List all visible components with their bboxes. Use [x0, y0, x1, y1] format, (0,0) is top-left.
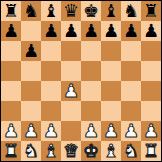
square-e6[interactable]: [81, 41, 101, 61]
square-b5[interactable]: [21, 61, 41, 81]
square-g2[interactable]: ♟: [121, 121, 141, 141]
square-d4[interactable]: ♟: [61, 81, 81, 101]
square-d3[interactable]: [61, 101, 81, 121]
square-h6[interactable]: [141, 41, 161, 61]
square-f2[interactable]: ♟: [101, 121, 121, 141]
square-a3[interactable]: [1, 101, 21, 121]
square-f4[interactable]: [101, 81, 121, 101]
square-f5[interactable]: [101, 61, 121, 81]
white-bishop-f1[interactable]: ♝: [103, 141, 119, 161]
white-pawn-h2[interactable]: ♟: [143, 121, 159, 141]
square-b3[interactable]: [21, 101, 41, 121]
square-f7[interactable]: ♟: [101, 21, 121, 41]
square-e3[interactable]: [81, 101, 101, 121]
square-c7[interactable]: ♟: [41, 21, 61, 41]
square-d2[interactable]: [61, 121, 81, 141]
black-queen-d8[interactable]: ♛: [63, 1, 79, 21]
square-g3[interactable]: [121, 101, 141, 121]
square-c1[interactable]: ♝: [41, 141, 61, 161]
square-e7[interactable]: ♟: [81, 21, 101, 41]
square-f1[interactable]: ♝: [101, 141, 121, 161]
square-e5[interactable]: [81, 61, 101, 81]
white-pawn-g2[interactable]: ♟: [123, 121, 139, 141]
white-rook-h1[interactable]: ♜: [143, 141, 159, 161]
square-a2[interactable]: ♟: [1, 121, 21, 141]
white-pawn-e2[interactable]: ♟: [83, 121, 99, 141]
square-b2[interactable]: ♟: [21, 121, 41, 141]
square-a8[interactable]: ♜: [1, 1, 21, 21]
square-c4[interactable]: [41, 81, 61, 101]
white-king-e1[interactable]: ♚: [83, 141, 99, 161]
square-a5[interactable]: [1, 61, 21, 81]
white-pawn-d4[interactable]: ♟: [63, 81, 79, 101]
square-f6[interactable]: [101, 41, 121, 61]
square-g8[interactable]: ♞: [121, 1, 141, 21]
white-knight-g1[interactable]: ♞: [123, 141, 139, 161]
square-e1[interactable]: ♚: [81, 141, 101, 161]
black-pawn-b6[interactable]: ♟: [23, 41, 39, 61]
white-knight-b1[interactable]: ♞: [23, 141, 39, 161]
white-rook-a1[interactable]: ♜: [3, 141, 19, 161]
square-b1[interactable]: ♞: [21, 141, 41, 161]
chess-board-frame: ♜♞♝♛♚♝♞♜♟♟♟♟♟♟♟♟♟♟♟♟♟♟♟♟♜♞♝♛♚♝♞♜: [0, 0, 162, 162]
square-c8[interactable]: ♝: [41, 1, 61, 21]
black-rook-a8[interactable]: ♜: [3, 1, 19, 21]
square-c5[interactable]: [41, 61, 61, 81]
square-g7[interactable]: ♟: [121, 21, 141, 41]
white-pawn-b2[interactable]: ♟: [23, 121, 39, 141]
white-queen-d1[interactable]: ♛: [63, 141, 79, 161]
square-b6[interactable]: ♟: [21, 41, 41, 61]
square-c6[interactable]: [41, 41, 61, 61]
black-pawn-a7[interactable]: ♟: [3, 21, 19, 41]
square-c2[interactable]: ♟: [41, 121, 61, 141]
square-f3[interactable]: [101, 101, 121, 121]
white-pawn-f2[interactable]: ♟: [103, 121, 119, 141]
square-g6[interactable]: [121, 41, 141, 61]
black-bishop-c8[interactable]: ♝: [43, 1, 59, 21]
black-pawn-c7[interactable]: ♟: [43, 21, 59, 41]
black-pawn-g7[interactable]: ♟: [123, 21, 139, 41]
square-f8[interactable]: ♝: [101, 1, 121, 21]
black-knight-g8[interactable]: ♞: [123, 1, 139, 21]
square-d5[interactable]: [61, 61, 81, 81]
black-pawn-e7[interactable]: ♟: [83, 21, 99, 41]
white-bishop-c1[interactable]: ♝: [43, 141, 59, 161]
square-d1[interactable]: ♛: [61, 141, 81, 161]
chess-board: ♜♞♝♛♚♝♞♜♟♟♟♟♟♟♟♟♟♟♟♟♟♟♟♟♜♞♝♛♚♝♞♜: [1, 1, 161, 161]
black-pawn-f7[interactable]: ♟: [103, 21, 119, 41]
square-h5[interactable]: [141, 61, 161, 81]
square-d6[interactable]: [61, 41, 81, 61]
square-e2[interactable]: ♟: [81, 121, 101, 141]
square-c3[interactable]: [41, 101, 61, 121]
square-e8[interactable]: ♚: [81, 1, 101, 21]
black-pawn-h7[interactable]: ♟: [143, 21, 159, 41]
square-b8[interactable]: ♞: [21, 1, 41, 21]
square-d8[interactable]: ♛: [61, 1, 81, 21]
square-b4[interactable]: [21, 81, 41, 101]
black-pawn-d7[interactable]: ♟: [63, 21, 79, 41]
white-pawn-c2[interactable]: ♟: [43, 121, 59, 141]
white-pawn-a2[interactable]: ♟: [3, 121, 19, 141]
square-a6[interactable]: [1, 41, 21, 61]
square-g1[interactable]: ♞: [121, 141, 141, 161]
black-knight-b8[interactable]: ♞: [23, 1, 39, 21]
black-rook-h8[interactable]: ♜: [143, 1, 159, 21]
square-h3[interactable]: [141, 101, 161, 121]
square-h4[interactable]: [141, 81, 161, 101]
square-a7[interactable]: ♟: [1, 21, 21, 41]
square-h7[interactable]: ♟: [141, 21, 161, 41]
square-h8[interactable]: ♜: [141, 1, 161, 21]
square-g4[interactable]: [121, 81, 141, 101]
black-bishop-f8[interactable]: ♝: [103, 1, 119, 21]
square-h2[interactable]: ♟: [141, 121, 161, 141]
square-a1[interactable]: ♜: [1, 141, 21, 161]
square-g5[interactable]: [121, 61, 141, 81]
black-king-e8[interactable]: ♚: [83, 1, 99, 21]
square-e4[interactable]: [81, 81, 101, 101]
square-d7[interactable]: ♟: [61, 21, 81, 41]
square-a4[interactable]: [1, 81, 21, 101]
square-h1[interactable]: ♜: [141, 141, 161, 161]
square-b7[interactable]: [21, 21, 41, 41]
